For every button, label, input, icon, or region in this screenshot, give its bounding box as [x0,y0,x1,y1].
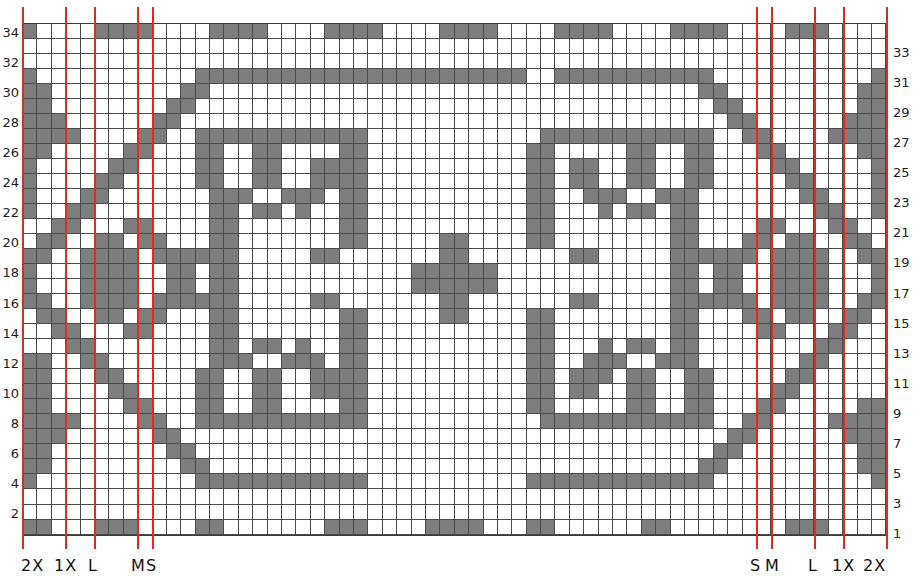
chart-cell [599,24,613,39]
chart-cell [555,69,569,84]
chart-cell [743,264,757,279]
chart-cell [124,69,138,84]
chart-cell [167,279,181,294]
chart-cell [728,339,742,354]
chart-cell [858,189,872,204]
chart-cell [37,24,51,39]
chart-cell [426,444,440,459]
chart-cell [728,144,742,159]
chart-cell [714,520,728,535]
chart-cell [699,429,713,444]
chart-cell [656,339,670,354]
chart-cell [124,234,138,249]
chart-cell [52,174,66,189]
chart-cell [383,39,397,54]
chart-cell [541,369,555,384]
chart-cell [440,489,454,504]
chart-cell [37,159,51,174]
chart-cell [814,234,828,249]
chart-cell [743,294,757,309]
row-number-right: 33 [893,45,913,60]
chart-cell [325,54,339,69]
chart-cell [771,159,785,174]
chart-cell [37,444,51,459]
chart-cell [843,309,857,324]
chart-cell [66,54,80,69]
chart-cell [52,159,66,174]
chart-cell [642,189,656,204]
chart-cell [181,474,195,489]
chart-cell [368,159,382,174]
chart-cell [656,189,670,204]
chart-cell [426,84,440,99]
chart-cell [484,189,498,204]
chart-cell [153,54,167,69]
chart-cell [124,429,138,444]
chart-cell [239,384,253,399]
chart-cell [512,189,526,204]
chart-cell [268,489,282,504]
chart-cell [843,114,857,129]
chart-cell [599,459,613,474]
chart-cell [81,369,95,384]
chart-cell [138,505,152,520]
chart-cell [311,489,325,504]
chart-cell [196,249,210,264]
chart-cell [685,204,699,219]
chart-cell [383,159,397,174]
chart-cell [541,99,555,114]
chart-cell [167,99,181,114]
chart-cell [771,414,785,429]
chart-cell [412,264,426,279]
chart-cell [858,84,872,99]
chart-cell [95,24,109,39]
chart-cell [440,279,454,294]
chart-cell [843,129,857,144]
chart-cell [109,174,123,189]
chart-cell [469,234,483,249]
chart-cell [599,429,613,444]
chart-cell [512,414,526,429]
chart-cell [584,444,598,459]
chart-cell [440,505,454,520]
chart-cell [282,144,296,159]
chart-cell [354,414,368,429]
chart-cell [412,520,426,535]
chart-cell [757,414,771,429]
chart-cell [685,309,699,324]
chart-cell [340,24,354,39]
chart-cell [282,219,296,234]
chart-cell [728,204,742,219]
chart-cell [383,114,397,129]
chart-cell [397,99,411,114]
chart-cell [66,144,80,159]
chart-cell [814,414,828,429]
chart-cell [469,489,483,504]
chart-cell [843,39,857,54]
row-number-left: 14 [1,326,19,341]
chart-cell [743,234,757,249]
chart-cell [210,189,224,204]
chart-cell [786,39,800,54]
chart-cell [786,505,800,520]
chart-cell [181,459,195,474]
chart-cell [814,144,828,159]
chart-cell [814,69,828,84]
chart-cell [685,369,699,384]
chart-cell [239,174,253,189]
chart-cell [23,129,37,144]
chart-cell [671,249,685,264]
chart-cell [555,309,569,324]
chart-cell [786,144,800,159]
row-number-right: 29 [893,105,913,120]
chart-cell [771,354,785,369]
chart-cell [397,129,411,144]
chart-cell [714,69,728,84]
chart-cell [599,159,613,174]
chart-cell [196,204,210,219]
chart-cell [181,384,195,399]
chart-cell [81,39,95,54]
chart-cell [484,294,498,309]
chart-cell [584,399,598,414]
chart-cell [872,354,886,369]
chart-cell [210,234,224,249]
chart-cell [37,189,51,204]
chart-cell [124,279,138,294]
chart-cell [786,444,800,459]
chart-cell [685,354,699,369]
chart-cell [311,39,325,54]
chart-cell [153,505,167,520]
chart-cell [196,234,210,249]
chart-cell [728,264,742,279]
chart-cell [829,279,843,294]
chart-cell [771,489,785,504]
chart-cell [699,144,713,159]
chart-cell [196,309,210,324]
chart-cell [843,279,857,294]
chart-cell [340,520,354,535]
chart-cell [253,39,267,54]
chart-cell [685,54,699,69]
chart-cell [440,384,454,399]
chart-cell [685,294,699,309]
chart-cell [786,84,800,99]
chart-cell [570,219,584,234]
chart-cell [484,505,498,520]
chart-cell [368,309,382,324]
chart-cell [555,384,569,399]
chart-cell [872,369,886,384]
chart-cell [829,414,843,429]
chart-cell [66,520,80,535]
chart-cell [340,384,354,399]
chart-cell [368,384,382,399]
chart-cell [800,189,814,204]
chart-cell [599,414,613,429]
chart-cell [584,69,598,84]
chart-cell [95,174,109,189]
chart-cell [469,69,483,84]
chart-cell [484,69,498,84]
chart-cell [210,520,224,535]
chart-cell [153,279,167,294]
chart-cell [167,219,181,234]
chart-cell [196,129,210,144]
chart-cell [37,219,51,234]
chart-cell [469,324,483,339]
chart-cell [109,189,123,204]
chart-cell [599,279,613,294]
chart-cell [814,129,828,144]
chart-cell [714,39,728,54]
chart-cell [627,114,641,129]
chart-cell [757,399,771,414]
chart-cell [843,369,857,384]
chart-cell [23,414,37,429]
chart-cell [325,114,339,129]
chart-cell [95,54,109,69]
chart-cell [642,84,656,99]
chart-cell [771,249,785,264]
chart-cell [671,444,685,459]
chart-cell [786,129,800,144]
chart-cell [613,399,627,414]
chart-cell [627,489,641,504]
chart-cell [786,459,800,474]
chart-cell [354,129,368,144]
chart-cell [23,279,37,294]
chart-cell [656,159,670,174]
chart-cell [95,204,109,219]
chart-cell [671,384,685,399]
chart-cell [52,234,66,249]
chart-cell [527,444,541,459]
chart-cell [23,204,37,219]
chart-cell [728,129,742,144]
chart-cell [296,159,310,174]
chart-cell [541,429,555,444]
chart-cell [153,129,167,144]
chart-cell [728,279,742,294]
chart-cell [714,459,728,474]
chart-cell [368,324,382,339]
chart-cell [210,354,224,369]
chart-cell [426,474,440,489]
chart-cell [814,294,828,309]
chart-cell [512,324,526,339]
chart-cell [354,520,368,535]
chart-cell [95,294,109,309]
chart-cell [800,279,814,294]
chart-cell [95,489,109,504]
chart-cell [95,114,109,129]
chart-cell [426,505,440,520]
chart-cell [498,144,512,159]
chart-cell [95,444,109,459]
chart-cell [95,219,109,234]
chart-cell [814,369,828,384]
chart-cell [642,264,656,279]
chart-cell [368,234,382,249]
chart-cell [627,399,641,414]
chart-cell [872,264,886,279]
chart-cell [498,264,512,279]
chart-cell [282,324,296,339]
chart-cell [656,414,670,429]
chart-cell [412,444,426,459]
chart-cell [757,204,771,219]
chart-cell [109,505,123,520]
chart-cell [81,474,95,489]
chart-cell [23,84,37,99]
chart-cell [383,429,397,444]
chart-cell [109,279,123,294]
chart-cell [340,174,354,189]
chart-cell [340,39,354,54]
chart-cell [699,474,713,489]
chart-cell [455,159,469,174]
chart-cell [570,99,584,114]
chart-cell [397,159,411,174]
chart-cell [843,264,857,279]
chart-cell [224,129,238,144]
chart-cell [455,129,469,144]
chart-cell [455,444,469,459]
chart-cell [814,39,828,54]
chart-cell [153,369,167,384]
chart-cell [743,204,757,219]
chart-cell [455,99,469,114]
chart-cell [786,309,800,324]
chart-cell [771,84,785,99]
chart-cell [124,459,138,474]
chart-cell [124,384,138,399]
chart-cell [714,324,728,339]
chart-cell [527,84,541,99]
chart-cell [153,189,167,204]
chart-cell [354,39,368,54]
chart-cell [282,264,296,279]
chart-cell [268,219,282,234]
chart-cell [368,279,382,294]
chart-cell [138,429,152,444]
chart-cell [858,69,872,84]
chart-cell [52,324,66,339]
chart-cell [829,174,843,189]
chart-cell [354,69,368,84]
chart-cell [239,369,253,384]
chart-cell [340,249,354,264]
chart-cell [613,309,627,324]
chart-cell [829,309,843,324]
chart-cell [95,249,109,264]
chart-cell [699,505,713,520]
chart-cell [311,399,325,414]
chart-cell [138,159,152,174]
chart-cell [239,429,253,444]
chart-cell [728,384,742,399]
chart-cell [685,459,699,474]
chart-cell [484,234,498,249]
chart-cell [325,444,339,459]
chart-cell [829,129,843,144]
chart-cell [224,294,238,309]
chart-cell [714,114,728,129]
chart-cell [196,264,210,279]
chart-cell [282,249,296,264]
chart-cell [95,399,109,414]
chart-cell [671,204,685,219]
chart-cell [52,189,66,204]
chart-cell [239,520,253,535]
chart-cell [570,69,584,84]
chart-cell [512,264,526,279]
chart-cell [829,69,843,84]
chart-cell [484,54,498,69]
chart-cell [268,234,282,249]
chart-cell [181,264,195,279]
chart-cell [37,234,51,249]
chart-cell [743,474,757,489]
chart-cell [325,339,339,354]
chart-cell [469,54,483,69]
chart-cell [167,324,181,339]
chart-cell [829,39,843,54]
chart-cell [354,489,368,504]
chart-cell [699,459,713,474]
chart-cell [440,520,454,535]
chart-cell [426,54,440,69]
chart-cell [743,144,757,159]
chart-cell [210,114,224,129]
chart-cell [498,249,512,264]
chart-cell [383,399,397,414]
chart-cell [656,324,670,339]
chart-cell [282,114,296,129]
chart-cell [771,309,785,324]
chart-cell [771,505,785,520]
chart-cell [858,129,872,144]
chart-cell [671,189,685,204]
chart-cell [95,309,109,324]
chart-cell [656,219,670,234]
chart-cell [181,129,195,144]
chart-cell [858,324,872,339]
chart-cell [843,84,857,99]
chart-cell [469,339,483,354]
chart-cell [699,189,713,204]
chart-cell [196,279,210,294]
chart-cell [613,69,627,84]
chart-cell [95,69,109,84]
chart-cell [699,384,713,399]
chart-cell [397,399,411,414]
chart-cell [181,399,195,414]
chart-cell [858,24,872,39]
chart-cell [368,189,382,204]
chart-cell [555,520,569,535]
chart-cell [699,309,713,324]
chart-cell [872,279,886,294]
chart-cell [383,204,397,219]
chart-cell [124,489,138,504]
chart-cell [541,189,555,204]
